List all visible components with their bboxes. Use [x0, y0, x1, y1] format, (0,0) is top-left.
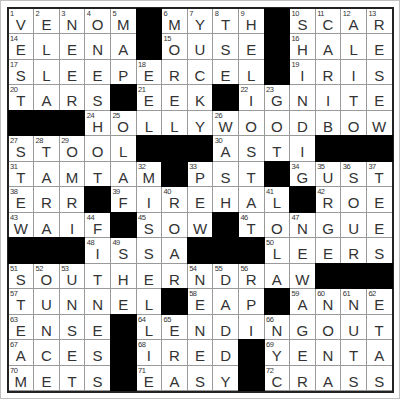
cell-letter: U [34, 297, 59, 312]
cell-r8-c10[interactable]: A [239, 187, 264, 212]
cell-r11-c7[interactable]: R [162, 264, 187, 289]
cell-letter: E [239, 42, 264, 57]
black-cell [188, 238, 213, 263]
black-cell [239, 340, 264, 365]
cell-letter: R [60, 195, 85, 210]
cell-r1-c2[interactable]: 2E [34, 9, 59, 34]
cell-letter: W [290, 272, 315, 287]
cell-letter: G [290, 323, 315, 338]
cell-r10-c11[interactable]: 50L [265, 238, 290, 263]
cell-r12-c10[interactable]: P [239, 289, 264, 314]
cell-r2-c1[interactable]: 14E [9, 34, 34, 59]
cell-letter: L [341, 42, 366, 57]
cell-r9-c6[interactable]: 45S [137, 213, 162, 238]
cell-r9-c3[interactable]: I [60, 213, 85, 238]
cell-letter: K [188, 93, 213, 108]
cell-r12-c9[interactable]: A [213, 289, 238, 314]
cell-letter: R [367, 17, 392, 32]
cell-letter: E [367, 42, 392, 57]
cell-r2-c15[interactable]: E [367, 34, 392, 59]
cell-r14-c14[interactable]: T [341, 340, 366, 365]
cell-letter: W [9, 221, 34, 236]
cell-letter: I [290, 144, 315, 159]
cell-r1-c4[interactable]: 4O [85, 9, 110, 34]
cell-r11-c11[interactable]: A [265, 264, 290, 289]
cell-r8-c7[interactable]: 40R [162, 187, 187, 212]
cell-r15-c7[interactable]: A [162, 366, 187, 391]
cell-r12-c4[interactable]: N [85, 289, 110, 314]
cell-r8-c1[interactable]: 38E [9, 187, 34, 212]
cell-letter: S [85, 374, 110, 389]
cell-r14-c8[interactable]: E [188, 340, 213, 365]
cell-letter: E [162, 93, 187, 108]
black-cell [111, 213, 136, 238]
cell-r2-c7[interactable]: 15O [162, 34, 187, 59]
cell-r3-c9[interactable]: E [213, 60, 238, 85]
black-cell [188, 136, 213, 161]
black-cell [162, 289, 187, 314]
cell-letter: E [85, 68, 110, 83]
cell-r10-c5[interactable]: 49S [111, 238, 136, 263]
cell-r7-c5[interactable]: A [111, 162, 136, 187]
cell-letter: O [341, 119, 366, 134]
cell-r7-c6[interactable]: 32M [137, 162, 162, 187]
cell-r7-c13[interactable]: 35U [316, 162, 341, 187]
cell-r2-c8[interactable]: U [188, 34, 213, 59]
cell-r9-c7[interactable]: O [162, 213, 187, 238]
cell-r8-c2[interactable]: R [34, 187, 59, 212]
cell-letter: E [9, 323, 34, 338]
black-cell [137, 136, 162, 161]
cell-r3-c2[interactable]: L [34, 60, 59, 85]
cell-letter: E [9, 195, 34, 210]
cell-r4-c12[interactable]: N [290, 85, 315, 110]
cell-r5-c11[interactable]: O [265, 111, 290, 136]
cell-letter: Y [265, 348, 290, 363]
cell-r7-c2[interactable]: A [34, 162, 59, 187]
cell-r10-c14[interactable]: R [341, 238, 366, 263]
cell-r9-c10[interactable]: 46T [239, 213, 264, 238]
cell-r3-c1[interactable]: 17S [9, 60, 34, 85]
cell-letter: L [239, 68, 264, 83]
cell-r5-c5[interactable]: 25O [111, 111, 136, 136]
cell-r1-c12[interactable]: 10S [290, 9, 315, 34]
cell-r3-c5[interactable]: P [111, 60, 136, 85]
cell-letter: S [213, 170, 238, 185]
cell-letter: N [188, 272, 213, 287]
cell-letter: O [111, 119, 136, 134]
cell-letter: O [162, 221, 187, 236]
cell-r6-c5[interactable]: L [111, 136, 136, 161]
cell-letter: P [188, 170, 213, 185]
cell-letter: M [60, 170, 85, 185]
cell-letter: I [341, 68, 366, 83]
cell-letter: B [316, 119, 341, 134]
cell-r13-c9[interactable]: D [213, 315, 238, 340]
cell-r5-c14[interactable]: O [341, 111, 366, 136]
cell-r5-c10[interactable]: O [239, 111, 264, 136]
black-cell [265, 34, 290, 59]
cell-r14-c7[interactable]: R [162, 340, 187, 365]
cell-letter: R [162, 68, 187, 83]
cell-r3-c7[interactable]: R [162, 60, 187, 85]
cell-letter: E [85, 323, 110, 338]
cell-letter: E [137, 272, 162, 287]
cell-r4-c10[interactable]: 22I [239, 85, 264, 110]
cell-letter: T [9, 297, 34, 312]
cell-letter: S [367, 68, 392, 83]
cell-r8-c5[interactable]: 39F [111, 187, 136, 212]
cell-r14-c6[interactable]: 68I [137, 340, 162, 365]
cell-r5-c4[interactable]: 24H [85, 111, 110, 136]
cell-letter: E [60, 348, 85, 363]
cell-r2-c3[interactable]: E [60, 34, 85, 59]
cell-r15-c1[interactable]: 70M [9, 366, 34, 391]
cell-r8-c8[interactable]: E [188, 187, 213, 212]
cell-letter: O [239, 119, 264, 134]
cell-letter: L [34, 68, 59, 83]
cell-r3-c15[interactable]: S [367, 60, 392, 85]
cell-r14-c11[interactable]: 69Y [265, 340, 290, 365]
cell-r12-c3[interactable]: N [60, 289, 85, 314]
cell-r1-c15[interactable]: 13R [367, 9, 392, 34]
cell-r6-c1[interactable]: 27S [9, 136, 34, 161]
cell-r1-c13[interactable]: 11C [316, 9, 341, 34]
cell-letter: O [85, 144, 110, 159]
cell-letter: M [162, 17, 187, 32]
cell-r12-c14[interactable]: 61N [341, 289, 366, 314]
cell-r13-c15[interactable]: T [367, 315, 392, 340]
cell-letter: R [316, 195, 341, 210]
cell-letter: E [60, 42, 85, 57]
cell-r3-c3[interactable]: E [60, 60, 85, 85]
cell-r5-c13[interactable]: B [316, 111, 341, 136]
cell-r12-c2[interactable]: U [34, 289, 59, 314]
cell-r4-c13[interactable]: I [316, 85, 341, 110]
cell-r14-c3[interactable]: E [60, 340, 85, 365]
cell-r15-c8[interactable]: S [188, 366, 213, 391]
cell-r2-c12[interactable]: 16H [290, 34, 315, 59]
cell-r13-c7[interactable]: 65E [162, 315, 187, 340]
cell-r7-c1[interactable]: 31T [9, 162, 34, 187]
cell-r6-c11[interactable]: T [265, 136, 290, 161]
cell-letter: T [239, 170, 264, 185]
cell-letter: L [265, 246, 290, 261]
cell-r9-c8[interactable]: W [188, 213, 213, 238]
cell-r13-c6[interactable]: 64L [137, 315, 162, 340]
cell-r12-c15[interactable]: 62E [367, 289, 392, 314]
cell-r4-c7[interactable]: E [162, 85, 187, 110]
cell-r1-c9[interactable]: 8T [213, 9, 238, 34]
cell-r13-c11[interactable]: 66N [265, 315, 290, 340]
cell-letter: C [34, 348, 59, 363]
cell-r8-c14[interactable]: O [341, 187, 366, 212]
cell-letter: T [85, 272, 110, 287]
cell-r7-c12[interactable]: 34G [290, 162, 315, 187]
cell-letter: N [34, 323, 59, 338]
cell-r10-c6[interactable]: S [137, 238, 162, 263]
cell-r14-c15[interactable]: A [367, 340, 392, 365]
cell-r3-c4[interactable]: E [85, 60, 110, 85]
cell-letter: P [111, 68, 136, 83]
cell-r13-c13[interactable]: O [316, 315, 341, 340]
cell-r8-c11[interactable]: 41L [265, 187, 290, 212]
cell-r10-c13[interactable]: E [316, 238, 341, 263]
cell-r6-c9[interactable]: 30A [213, 136, 238, 161]
cell-r2-c14[interactable]: L [341, 34, 366, 59]
cell-r1-c1[interactable]: 1V [9, 9, 34, 34]
cell-letter: L [34, 42, 59, 57]
cell-r4-c2[interactable]: A [34, 85, 59, 110]
cell-letter: R [290, 374, 315, 389]
cell-r15-c12[interactable]: R [290, 366, 315, 391]
cell-r8-c6[interactable]: I [137, 187, 162, 212]
cell-r2-c10[interactable]: E [239, 34, 264, 59]
cell-r12-c8[interactable]: 58E [188, 289, 213, 314]
black-cell [213, 85, 238, 110]
cell-r6-c12[interactable]: I [290, 136, 315, 161]
cell-r13-c4[interactable]: E [85, 315, 110, 340]
cell-r11-c10[interactable]: 56R [239, 264, 264, 289]
cell-r3-c13[interactable]: R [316, 60, 341, 85]
cell-r10-c7[interactable]: A [162, 238, 187, 263]
cell-r7-c14[interactable]: 36S [341, 162, 366, 187]
cell-r11-c9[interactable]: 55D [213, 264, 238, 289]
cell-letter: T [239, 221, 264, 236]
cell-letter: C [316, 17, 341, 32]
cell-r14-c12[interactable]: E [290, 340, 315, 365]
cell-r5-c15[interactable]: W [367, 111, 392, 136]
cell-r12-c1[interactable]: 57T [9, 289, 34, 314]
cell-r1-c14[interactable]: 12A [341, 9, 366, 34]
cell-letter: S [137, 246, 162, 261]
cell-r14-c9[interactable]: D [213, 340, 238, 365]
cell-r10-c15[interactable]: S [367, 238, 392, 263]
cell-r13-c8[interactable]: N [188, 315, 213, 340]
cell-letter: R [162, 348, 187, 363]
cell-letter: E [60, 68, 85, 83]
cell-r1-c8[interactable]: 7Y [188, 9, 213, 34]
cell-letter: I [316, 93, 341, 108]
cell-r15-c13[interactable]: A [316, 366, 341, 391]
cell-letter: A [111, 42, 136, 57]
cell-r11-c8[interactable]: 54N [188, 264, 213, 289]
cell-r15-c14[interactable]: S [341, 366, 366, 391]
cell-r11-c6[interactable]: E [137, 264, 162, 289]
black-cell [111, 340, 136, 365]
cell-letter: S [341, 374, 366, 389]
cell-letter: E [213, 68, 238, 83]
cell-r5-c6[interactable]: L [137, 111, 162, 136]
cell-r13-c12[interactable]: G [290, 315, 315, 340]
cell-letter: N [290, 221, 315, 236]
cell-r5-c12[interactable]: D [290, 111, 315, 136]
cell-letter: A [162, 374, 187, 389]
cell-r6-c2[interactable]: 28T [34, 136, 59, 161]
cell-letter: A [34, 221, 59, 236]
cell-r11-c4[interactable]: T [85, 264, 110, 289]
cell-r4-c6[interactable]: 21E [137, 85, 162, 110]
cell-r7-c8[interactable]: 33P [188, 162, 213, 187]
cell-r15-c6[interactable]: 71E [137, 366, 162, 391]
cell-r10-c12[interactable]: E [290, 238, 315, 263]
cell-letter: D [290, 119, 315, 134]
cell-letter: G [316, 221, 341, 236]
cell-r1-c3[interactable]: 3N [60, 9, 85, 34]
cell-r13-c14[interactable]: U [341, 315, 366, 340]
cell-r9-c15[interactable]: E [367, 213, 392, 238]
cell-letter: E [316, 246, 341, 261]
cell-r8-c13[interactable]: 42R [316, 187, 341, 212]
cell-r11-c12[interactable]: W [290, 264, 315, 289]
cell-r15-c9[interactable]: Y [213, 366, 238, 391]
black-cell [239, 366, 264, 391]
cell-r5-c8[interactable]: Y [188, 111, 213, 136]
cell-r9-c4[interactable]: 44F [85, 213, 110, 238]
black-cell [34, 111, 59, 136]
cell-r14-c13[interactable]: N [316, 340, 341, 365]
cell-r3-c12[interactable]: 19I [290, 60, 315, 85]
black-cell [213, 213, 238, 238]
cell-letter: D [213, 323, 238, 338]
cell-r9-c13[interactable]: G [316, 213, 341, 238]
cell-r3-c10[interactable]: L [239, 60, 264, 85]
crossword-screenshot: 1V2E3N4O5M6M7Y8T9H10S11C12A13R14ELENA15O… [0, 0, 400, 399]
cell-r13-c10[interactable]: I [239, 315, 264, 340]
cell-r14-c4[interactable]: S [85, 340, 110, 365]
cell-letter: N [265, 323, 290, 338]
cell-r11-c2[interactable]: 52O [34, 264, 59, 289]
cell-letter: L [137, 119, 162, 134]
cell-r7-c9[interactable]: S [213, 162, 238, 187]
cell-letter: N [60, 297, 85, 312]
cell-letter: E [9, 42, 34, 57]
cell-r9-c1[interactable]: 43W [9, 213, 34, 238]
cell-r12-c5[interactable]: E [111, 289, 136, 314]
cell-r13-c1[interactable]: 63E [9, 315, 34, 340]
black-cell [290, 187, 315, 212]
cell-letter: A [367, 348, 392, 363]
cell-letter: A [239, 195, 264, 210]
cell-r15-c2[interactable]: E [34, 366, 59, 391]
cell-r11-c3[interactable]: 53U [60, 264, 85, 289]
cell-r8-c3[interactable]: R [60, 187, 85, 212]
cell-letter: N [60, 17, 85, 32]
cell-r6-c3[interactable]: 29O [60, 136, 85, 161]
black-cell [265, 162, 290, 187]
cell-r4-c8[interactable]: K [188, 85, 213, 110]
cell-r12-c6[interactable]: L [137, 289, 162, 314]
cell-letter: I [137, 195, 162, 210]
cell-r15-c3[interactable]: T [60, 366, 85, 391]
cell-r3-c14[interactable]: I [341, 60, 366, 85]
cell-r2-c5[interactable]: A [111, 34, 136, 59]
cell-r8-c9[interactable]: H [213, 187, 238, 212]
cell-r13-c3[interactable]: S [60, 315, 85, 340]
cell-letter: M [137, 170, 162, 185]
cell-letter: A [265, 272, 290, 287]
cell-r2-c4[interactable]: N [85, 34, 110, 59]
cell-r14-c2[interactable]: C [34, 340, 59, 365]
cell-letter: U [188, 42, 213, 57]
cell-r11-c5[interactable]: H [111, 264, 136, 289]
cell-letter: O [341, 195, 366, 210]
cell-r12-c13[interactable]: 60N [316, 289, 341, 314]
cell-r2-c13[interactable]: A [316, 34, 341, 59]
cell-r4-c4[interactable]: S [85, 85, 110, 110]
cell-letter: I [290, 68, 315, 83]
cell-r8-c15[interactable]: E [367, 187, 392, 212]
cell-r4-c1[interactable]: 20T [9, 85, 34, 110]
cell-r4-c11[interactable]: 23G [265, 85, 290, 110]
cell-letter: M [111, 17, 136, 32]
cell-r1-c7[interactable]: 6M [162, 9, 187, 34]
cell-r10-c4[interactable]: 48I [85, 238, 110, 263]
cell-r15-c4[interactable]: S [85, 366, 110, 391]
cell-letter: A [316, 374, 341, 389]
cell-letter: E [367, 297, 392, 312]
cell-letter: T [341, 348, 366, 363]
cell-r3-c8[interactable]: C [188, 60, 213, 85]
cell-r2-c2[interactable]: L [34, 34, 59, 59]
cell-letter: E [367, 195, 392, 210]
cell-r9-c2[interactable]: A [34, 213, 59, 238]
cell-r7-c10[interactable]: T [239, 162, 264, 187]
cell-r13-c2[interactable]: N [34, 315, 59, 340]
cell-letter: E [188, 297, 213, 312]
cell-r6-c10[interactable]: S [239, 136, 264, 161]
black-cell [85, 187, 110, 212]
cell-r12-c12[interactable]: 59A [290, 289, 315, 314]
cell-r4-c15[interactable]: E [367, 85, 392, 110]
cell-r7-c4[interactable]: T [85, 162, 110, 187]
cell-letter: A [290, 297, 315, 312]
cell-r7-c15[interactable]: 37T [367, 162, 392, 187]
cell-letter: N [188, 323, 213, 338]
cell-r9-c11[interactable]: O [265, 213, 290, 238]
cell-r5-c9[interactable]: 26W [213, 111, 238, 136]
cell-letter: T [34, 144, 59, 159]
cell-r2-c9[interactable]: S [213, 34, 238, 59]
cell-r4-c3[interactable]: R [60, 85, 85, 110]
cell-letter: C [265, 374, 290, 389]
cell-letter: I [239, 323, 264, 338]
cell-letter: E [367, 93, 392, 108]
cell-letter: S [9, 272, 34, 287]
cell-letter: R [239, 272, 264, 287]
black-cell [9, 238, 34, 263]
cell-letter: L [137, 297, 162, 312]
black-cell [367, 264, 392, 289]
cell-r1-c10[interactable]: 9H [239, 9, 264, 34]
cell-r3-c6[interactable]: 18E [137, 60, 162, 85]
cell-r5-c7[interactable]: L [162, 111, 187, 136]
cell-letter: S [60, 323, 85, 338]
black-cell [239, 238, 264, 263]
cell-r14-c1[interactable]: 67A [9, 340, 34, 365]
cell-r15-c15[interactable]: S [367, 366, 392, 391]
cell-r9-c12[interactable]: 47N [290, 213, 315, 238]
cell-letter: T [60, 374, 85, 389]
cell-r4-c14[interactable]: T [341, 85, 366, 110]
black-cell [265, 9, 290, 34]
cell-r1-c5[interactable]: 5M [111, 9, 136, 34]
cell-r9-c14[interactable]: U [341, 213, 366, 238]
cell-r15-c11[interactable]: 72C [265, 366, 290, 391]
cell-r7-c3[interactable]: M [60, 162, 85, 187]
cell-r6-c4[interactable]: O [85, 136, 110, 161]
cell-r11-c1[interactable]: 51S [9, 264, 34, 289]
